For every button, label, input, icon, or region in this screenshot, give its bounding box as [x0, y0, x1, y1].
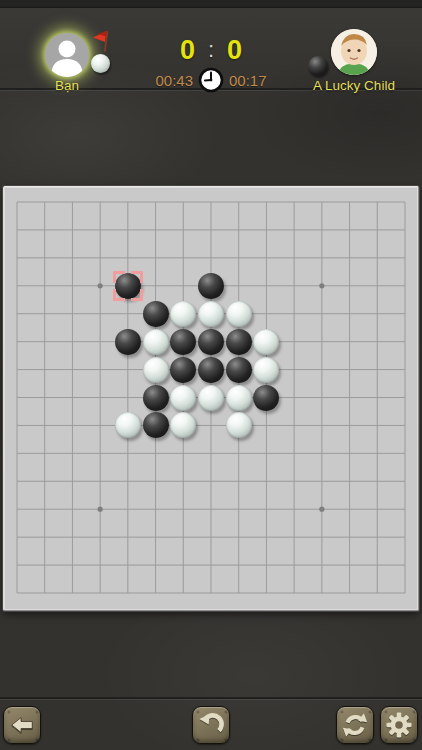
white-stone — [226, 385, 252, 411]
star-point — [319, 283, 324, 288]
black-stone — [143, 385, 169, 411]
right-player-avatar — [331, 29, 377, 75]
black-stone — [143, 301, 169, 327]
footer-seam — [0, 697, 422, 700]
score-separator: : — [208, 37, 214, 63]
white-stone — [143, 357, 169, 383]
black-stone — [253, 385, 279, 411]
black-stone — [226, 329, 252, 355]
score-left: 0 — [180, 35, 195, 66]
right-player-stone-black — [308, 56, 328, 76]
refresh-button[interactable] — [336, 706, 374, 744]
clock-icon — [198, 67, 224, 93]
gomoku-board[interactable] — [3, 186, 419, 611]
back-arrow-icon — [8, 711, 36, 739]
white-stone — [226, 301, 252, 327]
score-right: 0 — [227, 35, 242, 66]
star-point — [98, 507, 103, 512]
back-button[interactable] — [3, 706, 41, 744]
white-stone — [143, 329, 169, 355]
black-stone — [170, 329, 196, 355]
timer-left: 00:43 — [155, 72, 193, 89]
timer-right: 00:17 — [229, 72, 267, 89]
white-stone — [226, 412, 252, 438]
right-player-name: A Lucky Child — [290, 78, 418, 93]
undo-button[interactable] — [192, 706, 230, 744]
header: Bạn 0 : 0 00:43 00:17 — [0, 7, 422, 88]
game-screen: Bạn 0 : 0 00:43 00:17 — [0, 0, 422, 750]
star-point — [319, 507, 324, 512]
white-stone — [198, 301, 224, 327]
gear-icon — [385, 711, 413, 739]
undo-icon — [197, 711, 225, 739]
white-stone — [253, 329, 279, 355]
baby-avatar-image — [331, 29, 377, 75]
black-stone — [198, 329, 224, 355]
black-stone — [198, 357, 224, 383]
black-stone — [226, 357, 252, 383]
refresh-icon — [341, 711, 369, 739]
white-stone — [170, 301, 196, 327]
black-stone — [115, 273, 141, 299]
white-stone — [170, 385, 196, 411]
black-stone — [170, 357, 196, 383]
white-stone — [253, 357, 279, 383]
settings-button[interactable] — [380, 706, 418, 744]
black-stone — [198, 273, 224, 299]
white-stone — [198, 385, 224, 411]
star-point — [98, 283, 103, 288]
black-stone — [143, 412, 169, 438]
black-stone — [115, 329, 141, 355]
